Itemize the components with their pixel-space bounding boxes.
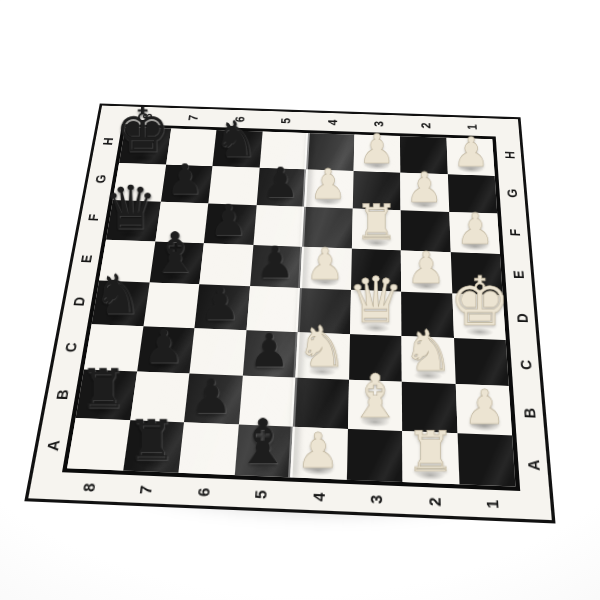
piece-black-bishop[interactable]: ♝ bbox=[150, 225, 200, 281]
piece-black-pawn[interactable]: ♟ bbox=[200, 281, 240, 326]
piece-white-pawn[interactable]: ♟ bbox=[358, 128, 395, 169]
piece-white-rook[interactable]: ♜ bbox=[354, 198, 398, 247]
label-rank-6: 6 bbox=[194, 487, 212, 497]
square-f3[interactable]: ♜ bbox=[351, 209, 400, 250]
piece-white-rook[interactable]: ♜ bbox=[406, 424, 456, 480]
square-b6[interactable]: ♟ bbox=[184, 374, 242, 424]
piece-white-pawn[interactable]: ♟ bbox=[310, 164, 348, 206]
square-a7[interactable]: ♜ bbox=[123, 420, 184, 473]
piece-black-rook[interactable]: ♜ bbox=[126, 413, 176, 468]
label-file-a: A bbox=[43, 440, 61, 452]
label-file-f: F bbox=[86, 214, 102, 222]
piece-white-knight[interactable]: ♞ bbox=[297, 319, 348, 376]
square-g2[interactable]: ♟ bbox=[400, 172, 449, 212]
piece-black-pawn[interactable]: ♟ bbox=[143, 324, 184, 370]
square-h8[interactable]: ♚ bbox=[119, 127, 171, 164]
piece-black-king[interactable]: ♚ bbox=[115, 100, 170, 161]
square-e2[interactable]: ♟ bbox=[401, 250, 452, 294]
square-b4[interactable] bbox=[293, 378, 349, 429]
piece-white-pawn[interactable]: ♟ bbox=[453, 132, 490, 173]
piece-white-king[interactable]: ♚ bbox=[449, 268, 510, 336]
piece-black-pawn[interactable]: ♟ bbox=[190, 373, 233, 420]
board-frame: ♚♞♟♟♟♟♟♟♛♟♜♟♝♟♟♟♞♟♛♚♟♟♞♞♜♟♝♟♜♝♟♜ bbox=[62, 124, 520, 491]
label-file-h: H bbox=[100, 138, 115, 146]
square-g4[interactable]: ♟ bbox=[304, 169, 353, 208]
square-d1[interactable]: ♚ bbox=[452, 294, 506, 340]
square-e4[interactable]: ♟ bbox=[300, 246, 351, 289]
label-file-d: D bbox=[70, 297, 87, 307]
piece-black-knight[interactable]: ♞ bbox=[93, 267, 142, 322]
square-a2[interactable]: ♜ bbox=[402, 431, 459, 485]
square-f6[interactable]: ♟ bbox=[204, 203, 256, 244]
piece-black-pawn[interactable]: ♟ bbox=[255, 241, 294, 285]
label-rank-5: 5 bbox=[278, 117, 292, 123]
label-file-b: B bbox=[520, 408, 537, 419]
label-file-e: E bbox=[510, 270, 526, 279]
square-g7[interactable]: ♟ bbox=[160, 164, 212, 203]
square-a3[interactable] bbox=[346, 428, 402, 482]
square-c4[interactable]: ♞ bbox=[295, 332, 349, 380]
label-file-b: B bbox=[53, 389, 71, 400]
square-d6[interactable]: ♟ bbox=[194, 284, 249, 329]
label-rank-2: 2 bbox=[418, 122, 432, 128]
piece-white-pawn[interactable]: ♟ bbox=[407, 246, 447, 290]
piece-black-knight[interactable]: ♞ bbox=[214, 114, 259, 164]
label-file-c: C bbox=[517, 359, 534, 370]
square-a6[interactable] bbox=[178, 422, 238, 475]
piece-white-pawn[interactable]: ♟ bbox=[306, 242, 345, 286]
square-e7[interactable]: ♝ bbox=[149, 241, 204, 284]
square-c7[interactable]: ♟ bbox=[137, 326, 195, 374]
square-a4[interactable]: ♟ bbox=[290, 426, 347, 479]
label-rank-3: 3 bbox=[368, 494, 385, 504]
label-rank-4: 4 bbox=[310, 492, 327, 502]
square-d3[interactable]: ♛ bbox=[350, 290, 402, 336]
square-h1[interactable]: ♟ bbox=[446, 138, 495, 176]
piece-black-pawn[interactable]: ♟ bbox=[209, 199, 247, 242]
square-c2[interactable]: ♞ bbox=[401, 336, 455, 384]
piece-white-pawn[interactable]: ♟ bbox=[406, 167, 444, 209]
label-rank-4: 4 bbox=[325, 119, 339, 125]
square-b1[interactable]: ♟ bbox=[455, 384, 512, 435]
chess-mat: 87654321 87654321 HGFEDCBA HGFEDCBA ♚♞♟♟… bbox=[24, 103, 555, 523]
piece-white-pawn[interactable]: ♟ bbox=[463, 383, 506, 431]
label-rank-8: 8 bbox=[79, 482, 97, 491]
label-file-a: A bbox=[524, 459, 541, 471]
piece-white-pawn[interactable]: ♟ bbox=[296, 427, 340, 476]
square-c5[interactable]: ♟ bbox=[242, 330, 297, 378]
label-rank-7: 7 bbox=[137, 485, 155, 494]
label-rank-2: 2 bbox=[425, 496, 442, 506]
label-file-h: H bbox=[502, 151, 516, 159]
square-g5[interactable]: ♟ bbox=[256, 167, 306, 206]
piece-black-bishop[interactable]: ♝ bbox=[235, 411, 291, 473]
label-rank-1: 1 bbox=[483, 499, 500, 509]
label-rank-7: 7 bbox=[186, 114, 200, 120]
square-h6[interactable]: ♞ bbox=[212, 130, 262, 168]
square-b3[interactable]: ♝ bbox=[347, 380, 402, 431]
piece-black-pawn[interactable]: ♟ bbox=[166, 159, 203, 201]
photo-background: 87654321 87654321 HGFEDCBA HGFEDCBA ♚♞♟♟… bbox=[0, 0, 600, 600]
square-a1[interactable] bbox=[457, 433, 515, 487]
square-h3[interactable]: ♟ bbox=[353, 135, 400, 173]
label-rank-5: 5 bbox=[252, 489, 269, 499]
piece-white-bishop[interactable]: ♝ bbox=[348, 366, 402, 427]
square-e5[interactable]: ♟ bbox=[250, 245, 303, 288]
square-d8[interactable]: ♞ bbox=[92, 281, 149, 326]
piece-white-queen[interactable]: ♛ bbox=[347, 268, 404, 332]
label-file-g: G bbox=[504, 188, 519, 197]
square-a5[interactable]: ♝ bbox=[234, 424, 293, 477]
board-field: ♚♞♟♟♟♟♟♟♛♟♜♟♝♟♟♟♞♟♛♚♟♟♞♞♜♟♝♟♜♝♟♜ bbox=[67, 127, 515, 487]
piece-white-knight[interactable]: ♞ bbox=[403, 323, 454, 380]
label-file-f: F bbox=[507, 229, 522, 237]
piece-white-pawn[interactable]: ♟ bbox=[456, 207, 495, 250]
label-file-c: C bbox=[62, 342, 79, 352]
label-file-e: E bbox=[78, 254, 94, 263]
label-file-d: D bbox=[514, 313, 530, 323]
piece-black-pawn[interactable]: ♟ bbox=[248, 328, 289, 374]
square-a8[interactable] bbox=[67, 418, 130, 471]
square-f1[interactable]: ♟ bbox=[449, 212, 500, 254]
piece-black-rook[interactable]: ♜ bbox=[79, 362, 127, 416]
piece-black-pawn[interactable]: ♟ bbox=[262, 162, 300, 204]
